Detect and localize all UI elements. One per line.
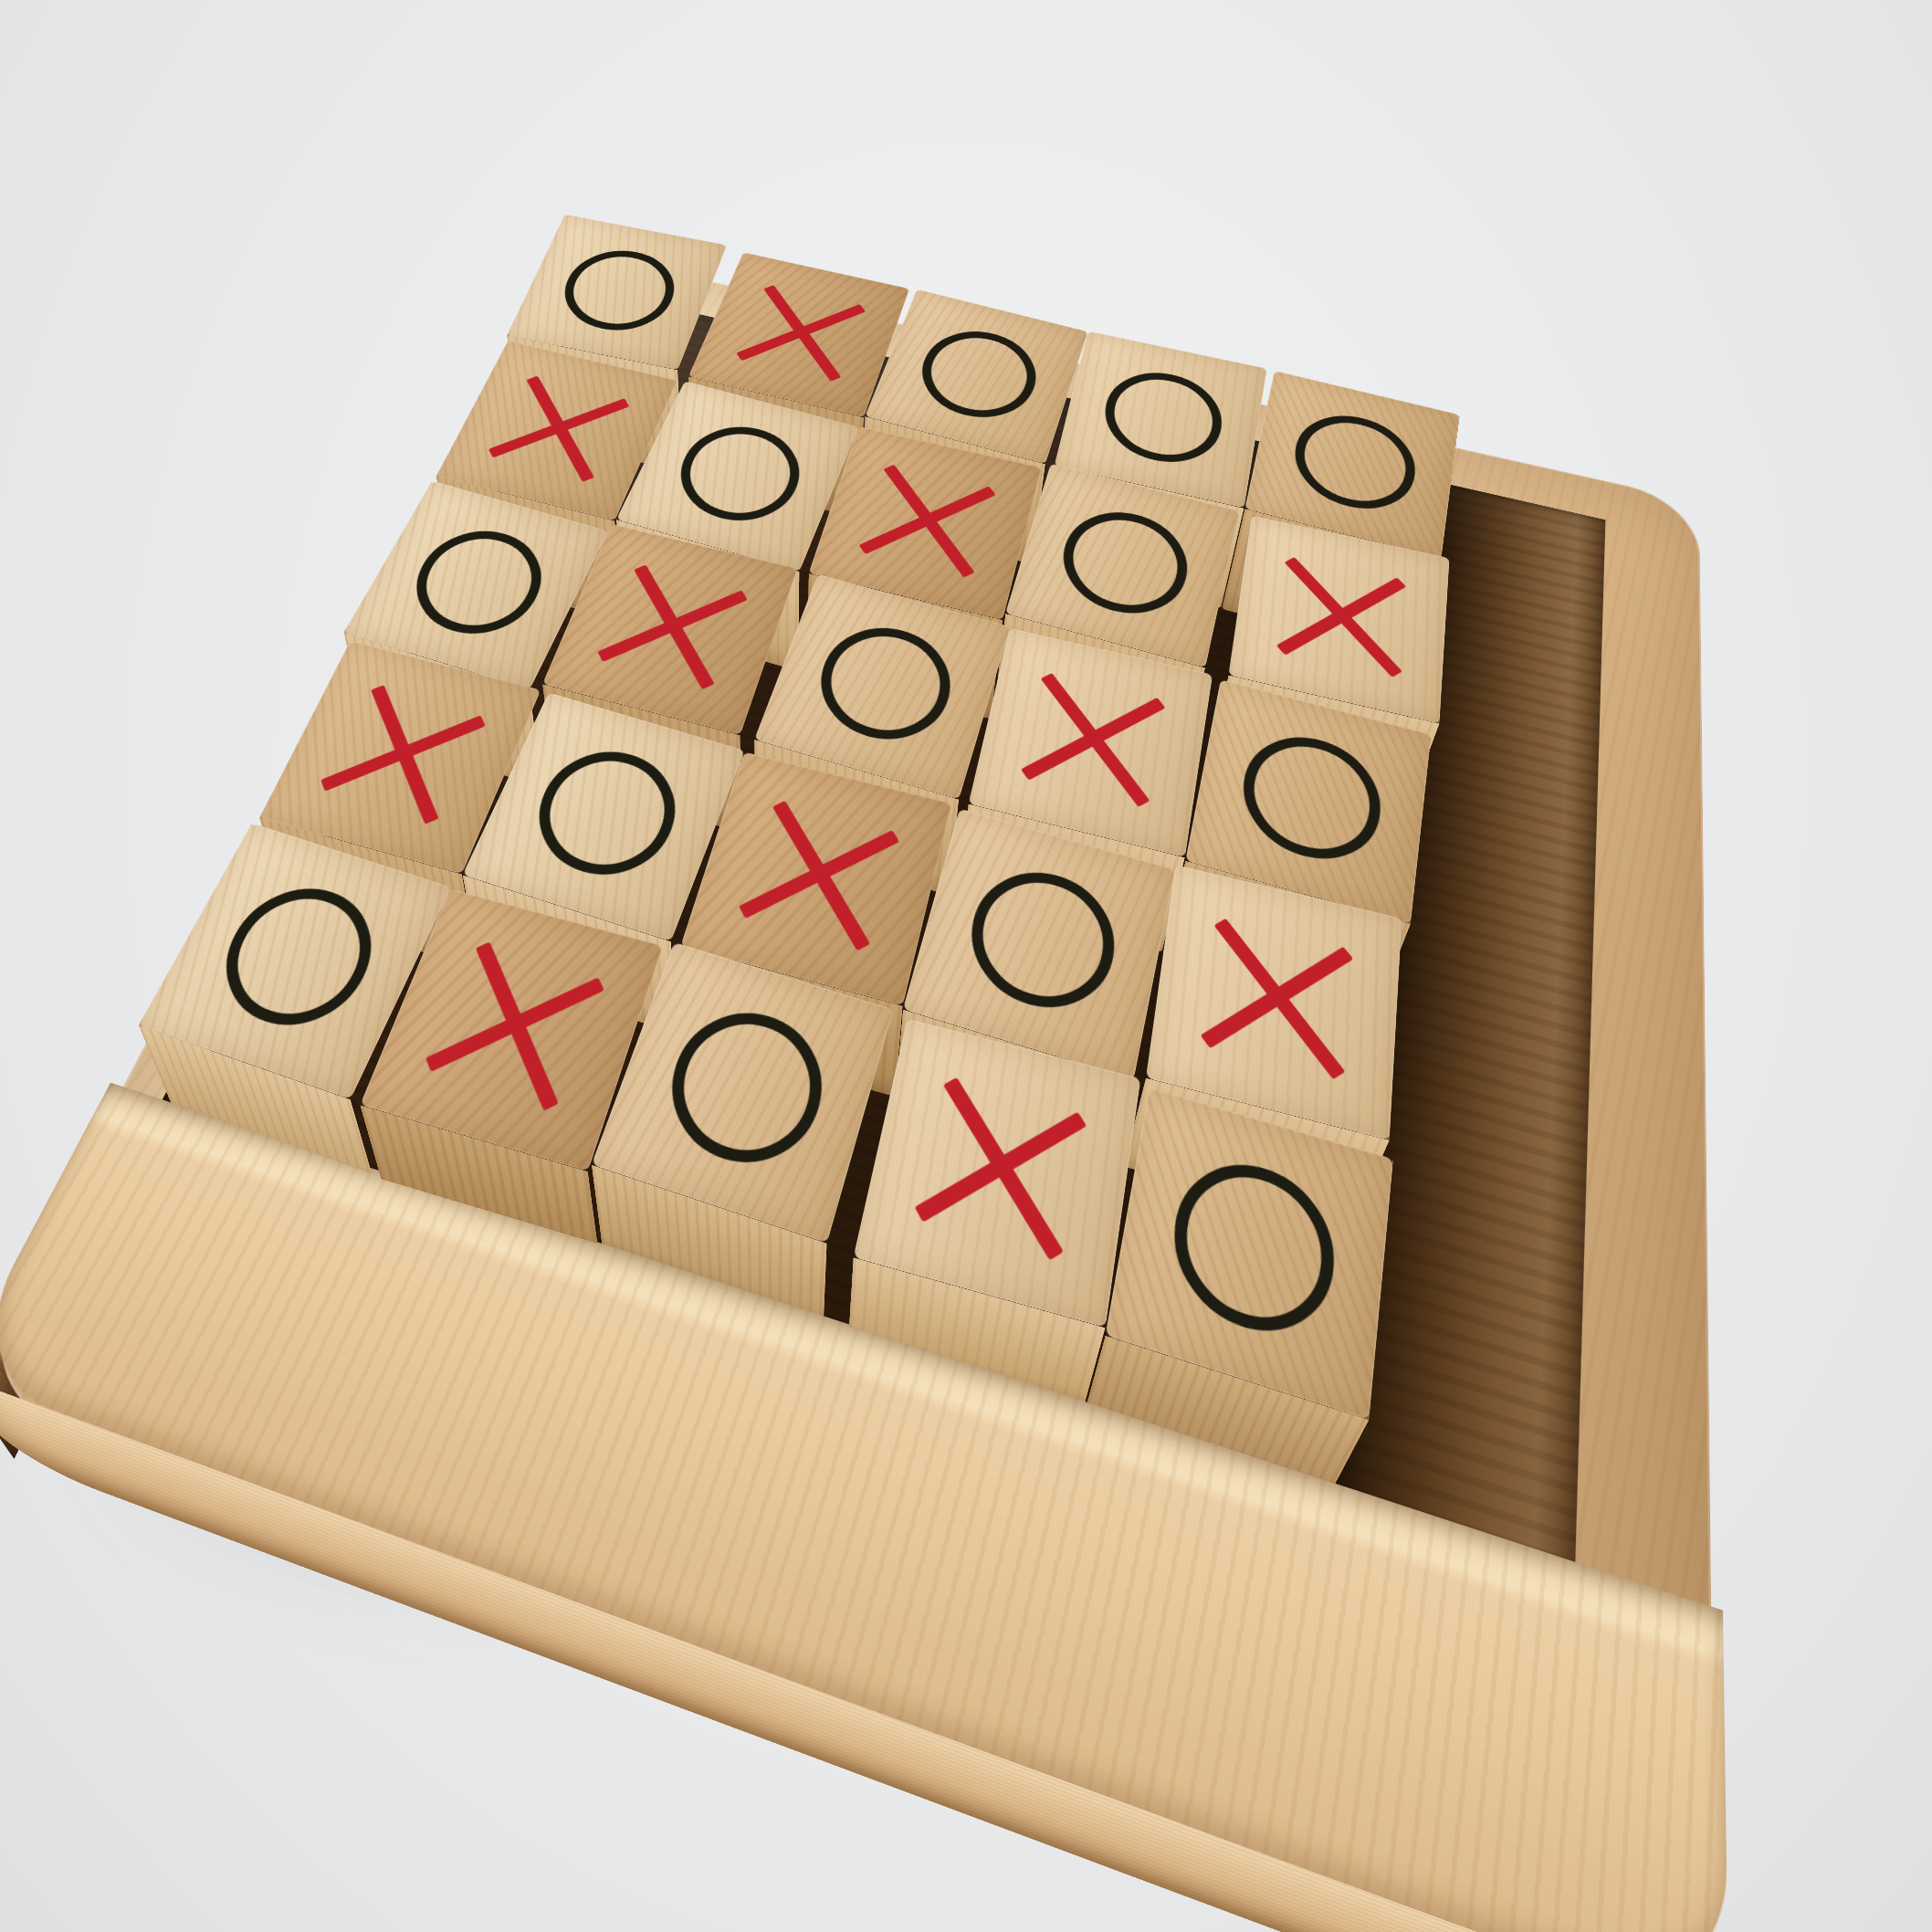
- mark-o-icon: [1049, 498, 1199, 627]
- mark-x-icon: [888, 1052, 1109, 1288]
- scene: [0, 0, 1932, 1932]
- mark-o-icon: [200, 871, 394, 1043]
- mark-o-icon: [1231, 720, 1390, 876]
- mark-x-icon: [838, 448, 1014, 594]
- mark-o-icon: [1166, 1148, 1339, 1349]
- mark-x-icon: [1000, 654, 1184, 827]
- mark-x-icon: [717, 271, 884, 396]
- mark-o-icon: [396, 519, 560, 647]
- mark-x-icon: [466, 361, 650, 499]
- mark-o-icon: [1097, 363, 1227, 472]
- mark-o-icon: [1286, 404, 1422, 521]
- mark-o-icon: [907, 319, 1049, 430]
- mark-o-icon: [652, 996, 837, 1181]
- mark-x-icon: [1258, 541, 1422, 696]
- mark-x-icon: [714, 780, 922, 974]
- board: [0, 278, 1695, 1932]
- mark-o-icon: [666, 416, 813, 532]
- mark-x-icon: [294, 665, 510, 845]
- mark-o-icon: [959, 858, 1123, 1023]
- mark-o-icon: [551, 244, 685, 338]
- mark-o-icon: [519, 737, 692, 889]
- mark-x-icon: [396, 918, 630, 1137]
- photo-canvas: [0, 0, 1932, 1932]
- mark-x-icon: [1179, 896, 1372, 1104]
- mark-o-icon: [806, 615, 961, 751]
- mark-x-icon: [573, 547, 769, 709]
